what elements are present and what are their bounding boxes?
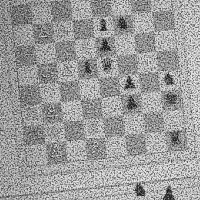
square-g8[interactable] bbox=[152, 10, 174, 32]
square-h1[interactable] bbox=[11, 5, 33, 27]
square-c5[interactable] bbox=[101, 96, 123, 118]
square-b5[interactable] bbox=[103, 116, 125, 138]
captured-piece-black-knight: ♞ bbox=[132, 181, 148, 199]
piece-white-pawn[interactable]: ♙ bbox=[53, 18, 75, 40]
piece-white-pawn[interactable]: ♙ bbox=[57, 58, 79, 80]
square-f7[interactable] bbox=[134, 32, 156, 54]
square-f6[interactable] bbox=[115, 34, 137, 56]
square-g3[interactable]: ♙ bbox=[53, 20, 75, 42]
square-d5[interactable] bbox=[99, 76, 121, 98]
piece-white-pawn[interactable]: ♙ bbox=[85, 135, 107, 157]
piece-white-king[interactable]: ♔ bbox=[43, 119, 65, 141]
square-g6[interactable]: ♞ bbox=[113, 14, 135, 36]
square-c6[interactable]: ♟ bbox=[121, 94, 143, 116]
square-f1[interactable] bbox=[15, 44, 37, 66]
square-a7[interactable] bbox=[145, 131, 167, 153]
piece-black-knight[interactable]: ♞ bbox=[112, 12, 134, 34]
square-c1[interactable]: ♖ bbox=[21, 104, 43, 126]
square-a5[interactable] bbox=[105, 136, 127, 158]
piece-black-king[interactable]: ♚ bbox=[160, 87, 182, 109]
piece-black-pawn[interactable]: ♟ bbox=[119, 71, 141, 93]
square-d3[interactable] bbox=[59, 80, 81, 102]
square-a6[interactable] bbox=[125, 133, 147, 155]
square-a3[interactable] bbox=[65, 140, 87, 162]
piece-white-bishop[interactable]: ♗ bbox=[75, 36, 97, 58]
square-b6[interactable] bbox=[123, 114, 145, 136]
piece-black-bishop[interactable]: ♝ bbox=[92, 14, 114, 36]
square-g1[interactable] bbox=[13, 25, 35, 47]
square-h4[interactable] bbox=[71, 0, 93, 20]
chessboard: ♘♙♙♝♞♗♟♙♙♝♛♟♞♖♙♙♟♚♔♕♙♙♜ bbox=[1, 0, 197, 177]
piece-white-pawn[interactable]: ♙ bbox=[45, 139, 67, 161]
square-g7[interactable] bbox=[132, 12, 154, 34]
square-b3[interactable] bbox=[63, 120, 85, 142]
piece-black-knight[interactable]: ♞ bbox=[158, 67, 180, 89]
square-g2[interactable]: ♙ bbox=[33, 23, 55, 45]
square-f8[interactable] bbox=[154, 30, 176, 52]
square-a1[interactable] bbox=[26, 144, 48, 166]
square-a8[interactable]: ♜ bbox=[165, 129, 187, 151]
square-e2[interactable]: ♙ bbox=[37, 62, 59, 84]
piece-white-pawn[interactable]: ♙ bbox=[81, 95, 103, 117]
piece-black-rook[interactable]: ♜ bbox=[165, 127, 187, 149]
square-c8[interactable]: ♚ bbox=[161, 90, 183, 112]
square-b1[interactable] bbox=[24, 124, 46, 146]
square-d7[interactable] bbox=[139, 72, 161, 94]
square-c3[interactable] bbox=[61, 100, 83, 122]
photo-scene: ♘♙♙♝♞♗♟♙♙♝♛♟♞♖♙♙♟♚♔♕♙♙♜ ♞ ♟ bbox=[0, 0, 200, 200]
piece-black-pawn[interactable]: ♟ bbox=[94, 34, 116, 56]
maker-stamp bbox=[28, 128, 40, 142]
square-a4[interactable]: ♙ bbox=[85, 138, 107, 160]
square-b7[interactable] bbox=[143, 112, 165, 134]
piece-white-pawn[interactable]: ♙ bbox=[33, 20, 55, 42]
piece-white-pawn[interactable]: ♙ bbox=[41, 100, 63, 122]
square-e3[interactable]: ♙ bbox=[57, 60, 79, 82]
piece-white-queen[interactable]: ♕ bbox=[83, 115, 105, 137]
square-e5[interactable]: ♛ bbox=[97, 56, 119, 78]
square-c7[interactable] bbox=[141, 92, 163, 114]
square-a2[interactable]: ♙ bbox=[45, 142, 67, 164]
square-e1[interactable] bbox=[17, 64, 39, 86]
piece-white-rook[interactable]: ♖ bbox=[21, 102, 43, 124]
piece-white-pawn[interactable]: ♙ bbox=[37, 60, 59, 82]
piece-black-pawn[interactable]: ♟ bbox=[121, 91, 143, 113]
board-grid: ♘♙♙♝♞♗♟♙♙♝♛♟♞♖♙♙♟♚♔♕♙♙♜ bbox=[11, 0, 187, 166]
captured-piece-black-pawn: ♟ bbox=[160, 185, 178, 200]
square-e4[interactable]: ♝ bbox=[77, 58, 99, 80]
piece-black-bishop[interactable]: ♝ bbox=[77, 56, 99, 78]
square-e7[interactable] bbox=[137, 52, 159, 74]
piece-black-queen[interactable]: ♛ bbox=[97, 54, 119, 76]
